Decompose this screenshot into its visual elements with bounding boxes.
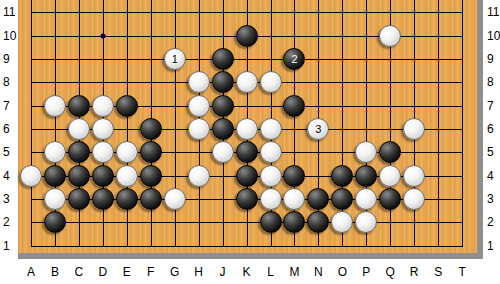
stone-black-m7[interactable] (283, 95, 305, 117)
board-shadow-bottom (18, 253, 483, 259)
stone-black-m4[interactable] (283, 165, 305, 187)
grid-line-horizontal-2 (31, 222, 463, 223)
stone-black-j7[interactable] (212, 95, 234, 117)
stone-black-f3[interactable] (140, 188, 162, 210)
coord-bottom-k: K (243, 266, 251, 278)
stone-black-f4[interactable] (140, 165, 162, 187)
coord-bottom-h: H (194, 266, 203, 278)
coord-bottom-m: M (289, 266, 299, 278)
board-shadow-right (477, 0, 483, 259)
coord-bottom-b: B (51, 266, 59, 278)
coord-bottom-j: J (220, 266, 226, 278)
stone-white-r6[interactable] (403, 118, 425, 140)
stone-black-j9[interactable] (212, 48, 234, 70)
stone-black-f6[interactable] (140, 118, 162, 140)
stone-black-b4[interactable] (44, 165, 66, 187)
coord-right-9: 9 (487, 53, 494, 65)
stone-black-m2[interactable] (283, 211, 305, 233)
coord-right-10: 10 (487, 30, 500, 42)
stone-black-o3[interactable] (331, 188, 353, 210)
coord-bottom-s: S (434, 266, 442, 278)
coord-right-3: 3 (487, 193, 494, 205)
stone-black-p4[interactable] (355, 165, 377, 187)
coord-right-8: 8 (487, 76, 494, 88)
coord-left-4: 4 (3, 170, 10, 182)
stone-white-d5[interactable] (92, 141, 114, 163)
coord-right-2: 2 (487, 216, 494, 228)
stone-black-k10[interactable] (236, 25, 258, 47)
stone-white-l5[interactable] (260, 141, 282, 163)
stone-white-e5[interactable] (116, 141, 138, 163)
stone-white-h4[interactable] (188, 165, 210, 187)
stone-white-l6[interactable] (260, 118, 282, 140)
stone-black-k3[interactable] (236, 188, 258, 210)
stone-white-l4[interactable] (260, 165, 282, 187)
stone-white-e4[interactable] (116, 165, 138, 187)
stone-white-h7[interactable] (188, 95, 210, 117)
stone-white-r3[interactable] (403, 188, 425, 210)
coord-right-4: 4 (487, 170, 494, 182)
coord-bottom-f: F (147, 266, 154, 278)
grid-line-vertical-T (462, 0, 463, 247)
stone-white-n6[interactable]: 3 (307, 118, 329, 140)
coord-bottom-q: Q (386, 266, 395, 278)
stone-white-d6[interactable] (92, 118, 114, 140)
stone-white-b3[interactable] (44, 188, 66, 210)
stone-white-r4[interactable] (403, 165, 425, 187)
coord-right-11: 11 (487, 6, 499, 18)
stone-white-q4[interactable] (379, 165, 401, 187)
coord-bottom-d: D (99, 266, 108, 278)
stone-white-q10[interactable] (379, 25, 401, 47)
coord-left-8: 8 (3, 76, 10, 88)
coord-bottom-g: G (170, 266, 179, 278)
stone-white-h6[interactable] (188, 118, 210, 140)
move-number-1: 1 (172, 54, 178, 65)
stone-black-q3[interactable] (379, 188, 401, 210)
coord-left-11: 11 (3, 6, 15, 18)
stone-white-l3[interactable] (260, 188, 282, 210)
coord-left-5: 5 (3, 146, 10, 158)
stone-black-d4[interactable] (92, 165, 114, 187)
coord-right-1: 1 (487, 240, 494, 252)
stone-black-j6[interactable] (212, 118, 234, 140)
stone-white-m3[interactable] (283, 188, 305, 210)
stone-black-k5[interactable] (236, 141, 258, 163)
grid-line-vertical-S (438, 0, 439, 247)
coord-bottom-c: C (75, 266, 84, 278)
stone-black-c5[interactable] (68, 141, 90, 163)
coord-left-7: 7 (3, 100, 10, 112)
stone-black-c7[interactable] (68, 95, 90, 117)
stone-white-g3[interactable] (164, 188, 186, 210)
stone-black-o4[interactable] (331, 165, 353, 187)
grid-line-horizontal-11 (31, 12, 463, 13)
stone-black-k4[interactable] (236, 165, 258, 187)
coord-bottom-e: E (123, 266, 131, 278)
stone-black-n2[interactable] (307, 211, 329, 233)
stone-white-l8[interactable] (260, 71, 282, 93)
stone-white-k6[interactable] (236, 118, 258, 140)
coord-bottom-t: T (458, 266, 465, 278)
stone-black-l2[interactable] (260, 211, 282, 233)
coord-left-9: 9 (3, 53, 10, 65)
coord-right-5: 5 (487, 146, 494, 158)
stone-black-e3[interactable] (116, 188, 138, 210)
coord-bottom-a: A (27, 266, 35, 278)
stone-black-d3[interactable] (92, 188, 114, 210)
stone-black-c3[interactable] (68, 188, 90, 210)
stone-black-m9[interactable]: 2 (283, 48, 305, 70)
coord-bottom-n: N (314, 266, 323, 278)
coord-left-3: 3 (3, 193, 10, 205)
coord-left-1: 1 (3, 240, 10, 252)
stone-white-p5[interactable] (355, 141, 377, 163)
stone-black-n3[interactable] (307, 188, 329, 210)
stone-white-o2[interactable] (331, 211, 353, 233)
stone-black-j8[interactable] (212, 71, 234, 93)
coord-right-6: 6 (487, 123, 494, 135)
go-diagram: 213 11111010998877665544332211ABCDEFGHJK… (0, 0, 500, 284)
coord-left-6: 6 (3, 123, 10, 135)
stone-black-q5[interactable] (379, 141, 401, 163)
stone-white-b5[interactable] (44, 141, 66, 163)
coord-left-10: 10 (3, 30, 16, 42)
stone-white-a4[interactable] (20, 165, 42, 187)
stone-white-k8[interactable] (236, 71, 258, 93)
stone-black-e7[interactable] (116, 95, 138, 117)
star-point-d10 (100, 33, 105, 38)
grid-line-horizontal-9 (31, 59, 463, 60)
coord-left-2: 2 (3, 216, 10, 228)
grid-line-horizontal-1 (31, 246, 463, 247)
stone-white-p2[interactable] (355, 211, 377, 233)
grid-line-vertical-A (31, 0, 32, 247)
coord-bottom-p: P (362, 266, 370, 278)
coord-right-7: 7 (487, 100, 494, 112)
stone-black-c4[interactable] (68, 165, 90, 187)
stone-white-h8[interactable] (188, 71, 210, 93)
move-number-2: 2 (291, 54, 297, 65)
stone-white-c6[interactable] (68, 118, 90, 140)
coord-bottom-o: O (338, 266, 347, 278)
stone-black-f5[interactable] (140, 141, 162, 163)
coord-bottom-r: R (410, 266, 419, 278)
stone-black-b2[interactable] (44, 211, 66, 233)
stone-white-g9[interactable]: 1 (164, 48, 186, 70)
stone-white-p3[interactable] (355, 188, 377, 210)
move-number-3: 3 (315, 124, 321, 135)
stone-white-b7[interactable] (44, 95, 66, 117)
stone-white-j5[interactable] (212, 141, 234, 163)
stone-white-d7[interactable] (92, 95, 114, 117)
coord-bottom-l: L (267, 266, 274, 278)
